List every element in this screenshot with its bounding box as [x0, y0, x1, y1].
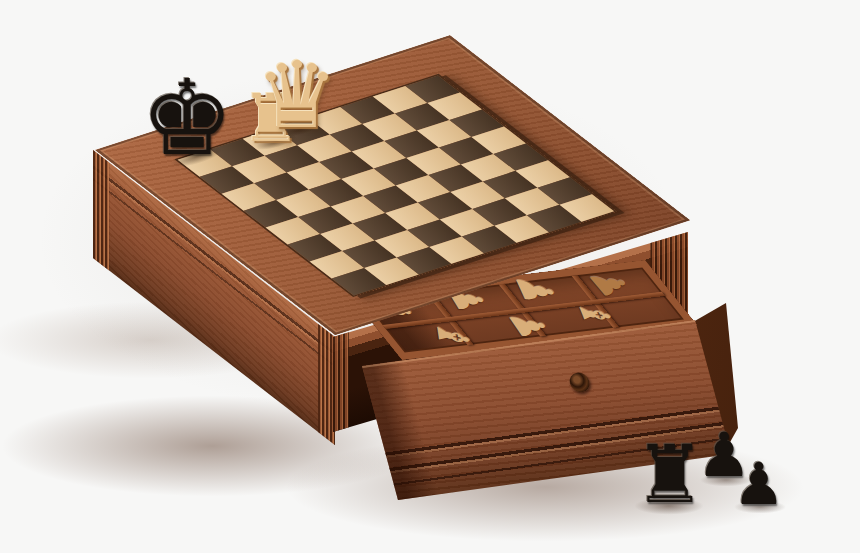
black-pawn-beside-box[interactable]: ♟	[733, 455, 785, 513]
chess-box-scene: ♟ ♟ ♟ ♟ ♝ ♟ ♝ ♚ ♜ ♛ ♜ ♟ ♟	[0, 0, 860, 553]
fluted-corner-post	[93, 150, 109, 270]
black-king[interactable]: ♚	[140, 66, 233, 170]
drawer-piece-white-bishop[interactable]: ♝	[571, 300, 619, 329]
drawer-piece-white-bishop[interactable]: ♝	[429, 319, 475, 354]
white-queen[interactable]: ♛	[256, 50, 338, 142]
fluted-corner-post	[333, 332, 349, 432]
black-rook-beside-box[interactable]: ♜	[634, 435, 706, 515]
drawer-piece-white-pawn[interactable]: ♟	[507, 274, 565, 307]
drawer-knob[interactable]	[567, 371, 592, 393]
drawer-piece-white-pawn[interactable]: ♟	[500, 311, 559, 341]
